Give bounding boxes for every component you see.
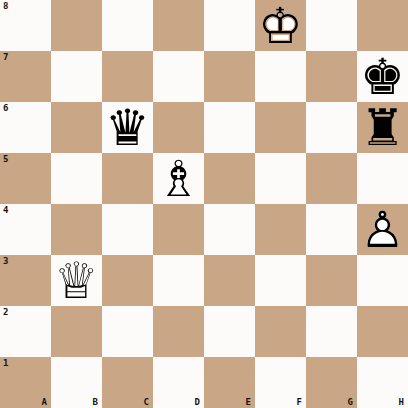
square-d8[interactable] <box>153 0 204 51</box>
square-e3[interactable] <box>204 255 255 306</box>
rank-label-8: 8 <box>3 1 8 11</box>
square-b6[interactable] <box>51 102 102 153</box>
square-f1[interactable]: F <box>255 357 306 408</box>
black-queen-icon: ♛ <box>102 103 153 154</box>
white-queen-piece[interactable]: ♛♕ <box>51 255 102 306</box>
square-d5[interactable]: ♝♗ <box>153 153 204 204</box>
square-c4[interactable] <box>102 204 153 255</box>
square-a4[interactable]: 4 <box>0 204 51 255</box>
square-h3[interactable] <box>357 255 408 306</box>
square-c8[interactable] <box>102 0 153 51</box>
square-f2[interactable] <box>255 306 306 357</box>
square-e2[interactable] <box>204 306 255 357</box>
square-g1[interactable]: G <box>306 357 357 408</box>
square-b4[interactable] <box>51 204 102 255</box>
square-c5[interactable] <box>102 153 153 204</box>
square-d3[interactable] <box>153 255 204 306</box>
file-label-f: F <box>297 397 302 407</box>
square-e5[interactable] <box>204 153 255 204</box>
square-h7[interactable]: ♚ <box>357 51 408 102</box>
square-a2[interactable]: 2 <box>0 306 51 357</box>
white-pawn-icon: ♙ <box>357 205 408 256</box>
file-label-e: E <box>246 397 251 407</box>
white-king-icon: ♔ <box>255 1 306 52</box>
square-b1[interactable]: B <box>51 357 102 408</box>
square-b3[interactable]: ♛♕ <box>51 255 102 306</box>
square-c7[interactable] <box>102 51 153 102</box>
square-f7[interactable] <box>255 51 306 102</box>
square-f8[interactable]: ♚♔ <box>255 0 306 51</box>
square-h4[interactable]: ♟♙ <box>357 204 408 255</box>
white-bishop-icon: ♗ <box>153 154 204 205</box>
square-c6[interactable]: ♛ <box>102 102 153 153</box>
file-label-d: D <box>195 397 200 407</box>
square-a6[interactable]: 6 <box>0 102 51 153</box>
white-queen-icon: ♕ <box>51 256 102 307</box>
file-label-g: G <box>348 397 353 407</box>
black-king-icon: ♚ <box>357 52 408 103</box>
square-e1[interactable]: E <box>204 357 255 408</box>
file-label-h: H <box>399 397 404 407</box>
square-d6[interactable] <box>153 102 204 153</box>
square-g7[interactable] <box>306 51 357 102</box>
square-g6[interactable] <box>306 102 357 153</box>
square-e7[interactable] <box>204 51 255 102</box>
square-f3[interactable] <box>255 255 306 306</box>
rank-label-4: 4 <box>3 205 8 215</box>
square-e6[interactable] <box>204 102 255 153</box>
square-a7[interactable]: 7 <box>0 51 51 102</box>
white-king-piece[interactable]: ♚♔ <box>255 0 306 51</box>
square-g2[interactable] <box>306 306 357 357</box>
file-label-c: C <box>144 397 149 407</box>
square-b2[interactable] <box>51 306 102 357</box>
square-a3[interactable]: 3 <box>0 255 51 306</box>
square-g5[interactable] <box>306 153 357 204</box>
black-rook-icon: ♜ <box>357 103 408 154</box>
square-a5[interactable]: 5 <box>0 153 51 204</box>
square-e4[interactable] <box>204 204 255 255</box>
file-label-a: A <box>42 397 47 407</box>
white-bishop-piece[interactable]: ♝♗ <box>153 153 204 204</box>
square-f4[interactable] <box>255 204 306 255</box>
square-b8[interactable] <box>51 0 102 51</box>
rank-label-6: 6 <box>3 103 8 113</box>
square-a1[interactable]: 1A <box>0 357 51 408</box>
square-e8[interactable] <box>204 0 255 51</box>
square-g4[interactable] <box>306 204 357 255</box>
square-f6[interactable] <box>255 102 306 153</box>
square-h6[interactable]: ♜ <box>357 102 408 153</box>
square-h8[interactable] <box>357 0 408 51</box>
square-h1[interactable]: H <box>357 357 408 408</box>
rank-label-7: 7 <box>3 52 8 62</box>
white-pawn-piece[interactable]: ♟♙ <box>357 204 408 255</box>
black-rook-piece[interactable]: ♜ <box>357 102 408 153</box>
square-g8[interactable] <box>306 0 357 51</box>
square-a8[interactable]: 8 <box>0 0 51 51</box>
rank-label-1: 1 <box>3 358 8 368</box>
rank-label-5: 5 <box>3 154 8 164</box>
square-b7[interactable] <box>51 51 102 102</box>
square-h5[interactable] <box>357 153 408 204</box>
square-d7[interactable] <box>153 51 204 102</box>
square-g3[interactable] <box>306 255 357 306</box>
square-c1[interactable]: C <box>102 357 153 408</box>
square-d4[interactable] <box>153 204 204 255</box>
black-queen-piece[interactable]: ♛ <box>102 102 153 153</box>
square-c3[interactable] <box>102 255 153 306</box>
square-d2[interactable] <box>153 306 204 357</box>
square-b5[interactable] <box>51 153 102 204</box>
square-d1[interactable]: D <box>153 357 204 408</box>
black-king-piece[interactable]: ♚ <box>357 51 408 102</box>
rank-label-2: 2 <box>3 307 8 317</box>
rank-label-3: 3 <box>3 256 8 266</box>
square-c2[interactable] <box>102 306 153 357</box>
square-f5[interactable] <box>255 153 306 204</box>
file-label-b: B <box>93 397 98 407</box>
chessboard: 8♚♔7♚6♛♜5♝♗4♟♙3♛♕21ABCDEFGH <box>0 0 408 408</box>
square-h2[interactable] <box>357 306 408 357</box>
